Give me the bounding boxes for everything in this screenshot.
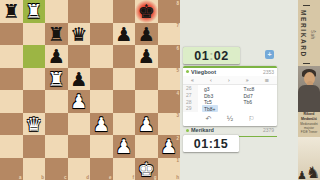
square-a3[interactable] xyxy=(0,113,23,136)
opponent-clock: 01:02 xyxy=(183,47,240,64)
square-d2[interactable] xyxy=(68,135,91,158)
clock-minutes: 01 xyxy=(194,49,209,63)
game-panel: 01:02 + Vliegboot 2353 « ‹ › » ≡ 26 g3 xyxy=(180,0,298,180)
prev-move-icon[interactable]: ‹ xyxy=(210,77,212,83)
coord-label: 6 xyxy=(176,46,179,51)
action-bar: ↶ ½ ⚐ xyxy=(183,112,277,125)
coord-label: g xyxy=(154,175,157,180)
opponent-name: Vliegboot xyxy=(191,69,263,75)
banner-dash xyxy=(303,63,310,64)
clock-seconds: 02 xyxy=(214,49,229,63)
move-row: 29 Tb8+ xyxy=(183,105,277,112)
square-h6[interactable]: 6 xyxy=(158,45,181,68)
coach-role: FIDE Trener xyxy=(298,130,320,134)
opponent-row[interactable]: Vliegboot 2353 xyxy=(183,68,277,77)
square-b4[interactable] xyxy=(23,90,46,113)
black-pawn: ♟ xyxy=(68,68,91,91)
square-g2[interactable] xyxy=(135,135,158,158)
square-d4[interactable]: ♟ xyxy=(68,90,91,113)
square-b1[interactable]: b xyxy=(23,158,46,181)
square-f1[interactable]: f xyxy=(113,158,136,181)
opponent-rating: 2353 xyxy=(263,69,274,75)
banner-subtitle: Šah xyxy=(310,30,315,40)
move-number: 29 xyxy=(183,105,198,112)
square-a7[interactable] xyxy=(0,23,23,46)
square-c7[interactable]: ♜ xyxy=(45,23,68,46)
coord-label: a xyxy=(19,175,22,180)
online-dot xyxy=(186,129,189,132)
side-banner: MERIKARD Šah Rikard Medančić Međunarodni… xyxy=(298,0,320,180)
square-g8[interactable]: ♚ xyxy=(135,0,158,23)
black-rook: ♜ xyxy=(45,23,68,46)
square-g4[interactable] xyxy=(135,90,158,113)
clock-separator: : xyxy=(209,137,214,151)
square-b2[interactable] xyxy=(23,135,46,158)
white-rook: ♜ xyxy=(23,0,46,23)
square-a4[interactable] xyxy=(0,90,23,113)
square-d3[interactable] xyxy=(68,113,91,136)
white-move[interactable]: Tc5 xyxy=(198,99,238,105)
coord-label: 5 xyxy=(176,68,179,73)
square-f2[interactable]: ♟ xyxy=(113,135,136,158)
black-queen: ♛ xyxy=(68,23,91,46)
square-c2[interactable] xyxy=(45,135,68,158)
next-move-icon[interactable]: › xyxy=(228,77,230,83)
square-a6[interactable] xyxy=(0,45,23,68)
banner-caption: Rikard Medančić Međunarodni majstor FIDE… xyxy=(298,112,320,134)
move-list-card: Vliegboot 2353 « ‹ › » ≡ 26 g3 Txc8 27 D… xyxy=(183,66,277,126)
player-rating: 2379 xyxy=(263,127,274,133)
first-move-icon[interactable]: « xyxy=(191,77,194,83)
square-f7[interactable]: ♟ xyxy=(113,23,136,46)
black-pawn: ♟ xyxy=(135,45,158,68)
knight-silhouette-icon: ♞ xyxy=(306,163,320,180)
move-number: 27 xyxy=(183,92,198,99)
square-b5[interactable] xyxy=(23,68,46,91)
square-d1[interactable]: d xyxy=(68,158,91,181)
chess-board[interactable]: ♜♜♚8♜♛♟♟7♟♟6♜♟5♟4♛♟♟3♟♟2abcdef♚gh1 xyxy=(0,0,180,180)
square-e8[interactable] xyxy=(90,0,113,23)
app-screen: ♜♜♚8♜♛♟♟7♟♟6♜♟5♟4♛♟♟3♟♟2abcdef♚gh1 01:02… xyxy=(0,0,320,180)
move-row: 27 Db3 Dd7 xyxy=(183,92,277,99)
player-row[interactable]: Merikard 2379 xyxy=(183,126,277,135)
coord-label: 3 xyxy=(176,113,179,118)
move-nav-bar: « ‹ › » ≡ xyxy=(183,76,277,85)
square-g5[interactable] xyxy=(135,68,158,91)
clock-separator: : xyxy=(209,49,214,63)
current-move[interactable]: Tb8+ xyxy=(198,105,238,111)
coord-label: d xyxy=(86,175,89,180)
player-clock: 01:15 xyxy=(183,135,239,152)
square-h4[interactable]: 4 xyxy=(158,90,181,113)
square-h1[interactable]: h1 xyxy=(158,158,181,181)
white-pawn: ♟ xyxy=(135,113,158,136)
coord-label: 7 xyxy=(176,23,179,28)
square-h2[interactable]: ♟2 xyxy=(158,135,181,158)
square-h7[interactable]: 7 xyxy=(158,23,181,46)
coord-label: 2 xyxy=(176,136,179,141)
chess-pieces-photo: ♟ ♞ xyxy=(298,137,320,180)
square-e5[interactable] xyxy=(90,68,113,91)
square-g3[interactable]: ♟ xyxy=(135,113,158,136)
move-row: 28 Tc5 Tb6 xyxy=(183,98,277,105)
square-e7[interactable] xyxy=(90,23,113,46)
square-d5[interactable]: ♟ xyxy=(68,68,91,91)
online-dot xyxy=(186,70,189,73)
square-f8[interactable] xyxy=(113,0,136,23)
black-pawn: ♟ xyxy=(135,23,158,46)
move-row: 26 g3 Txc8 xyxy=(183,85,277,92)
square-c4[interactable] xyxy=(45,90,68,113)
square-a1[interactable]: a xyxy=(0,158,23,181)
square-d6[interactable] xyxy=(68,45,91,68)
photo-body xyxy=(298,85,320,112)
square-g1[interactable]: ♚g xyxy=(135,158,158,181)
black-move[interactable] xyxy=(238,105,278,111)
player-name: Merikard xyxy=(191,127,263,133)
square-h5[interactable]: 5 xyxy=(158,68,181,91)
black-rook: ♜ xyxy=(0,0,23,23)
coord-label: 8 xyxy=(176,1,179,6)
clock-seconds: 15 xyxy=(213,137,228,151)
square-g6[interactable]: ♟ xyxy=(135,45,158,68)
square-c8[interactable] xyxy=(45,0,68,23)
square-c3[interactable] xyxy=(45,113,68,136)
move-number: 28 xyxy=(183,98,198,105)
square-a8[interactable]: ♜ xyxy=(0,0,23,23)
takeback-icon[interactable]: ↶ xyxy=(206,115,212,123)
last-move-icon[interactable]: » xyxy=(246,77,249,83)
coord-label: f xyxy=(133,175,135,180)
square-e4[interactable] xyxy=(90,90,113,113)
white-pawn: ♟ xyxy=(113,135,136,158)
coord-label: 1 xyxy=(176,158,179,163)
square-e3[interactable]: ♟ xyxy=(90,113,113,136)
square-f3[interactable] xyxy=(113,113,136,136)
square-b7[interactable] xyxy=(23,23,46,46)
move-number: 26 xyxy=(183,85,198,92)
move-menu-icon[interactable]: ≡ xyxy=(265,77,270,83)
square-f6[interactable] xyxy=(113,45,136,68)
white-pawn: ♟ xyxy=(90,113,113,136)
black-pawn: ♟ xyxy=(45,45,68,68)
square-e2[interactable] xyxy=(90,135,113,158)
move-list: 26 g3 Txc8 27 Db3 Dd7 28 Tc5 Tb6 29 Tb8+ xyxy=(183,85,277,112)
white-move[interactable]: Db3 xyxy=(198,92,238,98)
square-a5[interactable] xyxy=(0,68,23,91)
square-d7[interactable]: ♛ xyxy=(68,23,91,46)
coord-label: h xyxy=(176,175,179,180)
draw-offer-icon[interactable]: ½ xyxy=(226,115,233,123)
square-b8[interactable]: ♜ xyxy=(23,0,46,23)
square-f4[interactable] xyxy=(113,90,136,113)
square-b3[interactable]: ♛ xyxy=(23,113,46,136)
square-a2[interactable] xyxy=(0,135,23,158)
banner-title: MERIKARD xyxy=(300,10,307,58)
square-f5[interactable] xyxy=(113,68,136,91)
coord-label: 4 xyxy=(176,91,179,96)
white-rook: ♜ xyxy=(45,68,68,91)
coach-title: Međunarodni majstor xyxy=(298,122,320,130)
black-move[interactable]: Txc8 xyxy=(238,85,278,91)
clock-minutes: 01 xyxy=(194,137,209,151)
coach-photo xyxy=(298,66,320,112)
black-pawn: ♟ xyxy=(113,23,136,46)
square-b6[interactable] xyxy=(23,45,46,68)
square-e6[interactable] xyxy=(90,45,113,68)
white-move[interactable]: g3 xyxy=(198,85,238,91)
square-e1[interactable]: e xyxy=(90,158,113,181)
black-move[interactable]: Dd7 xyxy=(238,92,278,98)
coord-label: b xyxy=(41,175,44,180)
banner-dash xyxy=(303,5,310,6)
white-queen: ♛ xyxy=(23,113,46,136)
coord-label: e xyxy=(109,175,112,180)
square-h8[interactable]: 8 xyxy=(158,0,181,23)
square-c6[interactable]: ♟ xyxy=(45,45,68,68)
coach-name: Rikard Medančić xyxy=(298,112,320,122)
white-pawn: ♟ xyxy=(68,90,91,113)
add-time-button[interactable]: + xyxy=(265,50,274,59)
square-h3[interactable]: 3 xyxy=(158,113,181,136)
square-c5[interactable]: ♜ xyxy=(45,68,68,91)
black-king: ♚ xyxy=(135,0,158,23)
coord-label: c xyxy=(64,175,67,180)
square-g7[interactable]: ♟ xyxy=(135,23,158,46)
square-d8[interactable] xyxy=(68,0,91,23)
resign-flag-icon[interactable]: ⚐ xyxy=(248,115,254,123)
black-move[interactable]: Tb6 xyxy=(238,99,278,105)
square-c1[interactable]: c xyxy=(45,158,68,181)
